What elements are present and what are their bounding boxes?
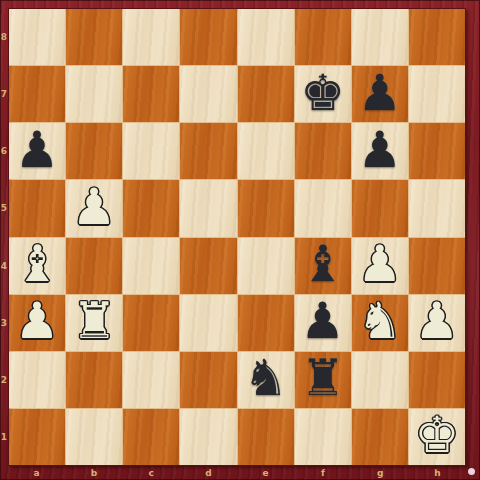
square-e4[interactable]	[238, 238, 294, 294]
rank-label-2: 2	[0, 352, 8, 409]
square-a7[interactable]	[9, 66, 65, 122]
square-f7[interactable]: ♚	[295, 66, 351, 122]
square-f1[interactable]	[295, 409, 351, 465]
square-g4[interactable]: ♟	[352, 238, 408, 294]
square-h8[interactable]	[409, 9, 465, 65]
rank-labels: 87654321	[0, 8, 8, 466]
piece-black-pawn[interactable]: ♟	[352, 123, 408, 179]
square-c8[interactable]	[123, 9, 179, 65]
square-g5[interactable]	[352, 180, 408, 236]
square-f6[interactable]	[295, 123, 351, 179]
rank-label-8: 8	[0, 8, 8, 65]
square-b8[interactable]	[66, 9, 122, 65]
file-label-e: e	[237, 466, 294, 480]
square-g1[interactable]	[352, 409, 408, 465]
square-a8[interactable]	[9, 9, 65, 65]
square-d7[interactable]	[180, 66, 236, 122]
square-h2[interactable]	[409, 352, 465, 408]
square-h5[interactable]	[409, 180, 465, 236]
piece-white-king[interactable]: ♚	[409, 409, 465, 465]
square-g3[interactable]: ♞	[352, 295, 408, 351]
square-f8[interactable]	[295, 9, 351, 65]
piece-white-pawn[interactable]: ♟	[352, 238, 408, 294]
square-h3[interactable]: ♟	[409, 295, 465, 351]
square-c7[interactable]	[123, 66, 179, 122]
rank-label-6: 6	[0, 123, 8, 180]
rank-label-1: 1	[0, 409, 8, 466]
square-c1[interactable]	[123, 409, 179, 465]
square-b1[interactable]	[66, 409, 122, 465]
file-label-h: h	[409, 466, 466, 480]
square-g2[interactable]	[352, 352, 408, 408]
square-f5[interactable]	[295, 180, 351, 236]
file-label-d: d	[180, 466, 237, 480]
square-g7[interactable]: ♟	[352, 66, 408, 122]
square-c5[interactable]	[123, 180, 179, 236]
piece-black-bishop[interactable]: ♝	[295, 238, 351, 294]
square-h6[interactable]	[409, 123, 465, 179]
file-label-b: b	[65, 466, 122, 480]
square-b2[interactable]	[66, 352, 122, 408]
square-d2[interactable]	[180, 352, 236, 408]
square-e8[interactable]	[238, 9, 294, 65]
square-a1[interactable]	[9, 409, 65, 465]
rank-label-7: 7	[0, 65, 8, 122]
square-c3[interactable]	[123, 295, 179, 351]
square-d6[interactable]	[180, 123, 236, 179]
piece-black-pawn[interactable]: ♟	[295, 295, 351, 351]
rank-label-4: 4	[0, 237, 8, 294]
square-a5[interactable]	[9, 180, 65, 236]
square-e2[interactable]: ♞	[238, 352, 294, 408]
square-b6[interactable]	[66, 123, 122, 179]
file-label-a: a	[8, 466, 65, 480]
piece-white-pawn[interactable]: ♟	[9, 295, 65, 351]
square-h7[interactable]	[409, 66, 465, 122]
square-d1[interactable]	[180, 409, 236, 465]
square-b5[interactable]: ♟	[66, 180, 122, 236]
square-e7[interactable]	[238, 66, 294, 122]
square-e3[interactable]	[238, 295, 294, 351]
rank-label-3: 3	[0, 294, 8, 351]
square-a3[interactable]: ♟	[9, 295, 65, 351]
file-label-c: c	[123, 466, 180, 480]
file-label-f: f	[294, 466, 351, 480]
square-h4[interactable]	[409, 238, 465, 294]
file-labels: abcdefgh	[8, 466, 466, 480]
square-g6[interactable]: ♟	[352, 123, 408, 179]
piece-black-rook[interactable]: ♜	[295, 352, 351, 408]
piece-white-knight[interactable]: ♞	[352, 295, 408, 351]
piece-white-pawn[interactable]: ♟	[66, 180, 122, 236]
square-d3[interactable]	[180, 295, 236, 351]
file-label-g: g	[352, 466, 409, 480]
square-c6[interactable]	[123, 123, 179, 179]
square-g8[interactable]	[352, 9, 408, 65]
square-e5[interactable]	[238, 180, 294, 236]
square-c4[interactable]	[123, 238, 179, 294]
square-c2[interactable]	[123, 352, 179, 408]
piece-black-knight[interactable]: ♞	[238, 352, 294, 408]
square-f4[interactable]: ♝	[295, 238, 351, 294]
piece-black-king[interactable]: ♚	[295, 66, 351, 122]
square-e1[interactable]	[238, 409, 294, 465]
piece-black-pawn[interactable]: ♟	[352, 66, 408, 122]
square-a4[interactable]: ♝	[9, 238, 65, 294]
square-e6[interactable]	[238, 123, 294, 179]
square-b7[interactable]	[66, 66, 122, 122]
piece-white-bishop[interactable]: ♝	[9, 238, 65, 294]
piece-white-rook[interactable]: ♜	[66, 295, 122, 351]
square-f3[interactable]: ♟	[295, 295, 351, 351]
square-a2[interactable]	[9, 352, 65, 408]
square-d5[interactable]	[180, 180, 236, 236]
chess-board-frame: 87654321 abcdefgh ♚♟♟♟♟♝♝♟♟♜♟♞♟♞♜♚	[0, 0, 480, 480]
turn-indicator-dot	[468, 468, 475, 475]
chess-board: ♚♟♟♟♟♝♝♟♟♜♟♞♟♞♜♚	[8, 8, 466, 466]
square-d8[interactable]	[180, 9, 236, 65]
square-f2[interactable]: ♜	[295, 352, 351, 408]
square-h1[interactable]: ♚	[409, 409, 465, 465]
rank-label-5: 5	[0, 180, 8, 237]
square-a6[interactable]: ♟	[9, 123, 65, 179]
piece-white-pawn[interactable]: ♟	[409, 295, 465, 351]
square-b3[interactable]: ♜	[66, 295, 122, 351]
square-b4[interactable]	[66, 238, 122, 294]
square-d4[interactable]	[180, 238, 236, 294]
piece-black-pawn[interactable]: ♟	[9, 123, 65, 179]
